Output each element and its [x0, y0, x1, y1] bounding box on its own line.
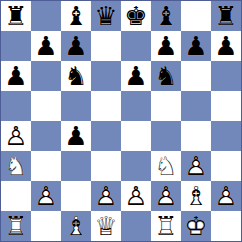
square-a5[interactable] [1, 91, 31, 121]
square-b1[interactable] [31, 211, 61, 241]
square-a8[interactable]: ♜ [1, 1, 31, 31]
square-b5[interactable] [31, 91, 61, 121]
square-e7[interactable] [121, 31, 151, 61]
square-h5[interactable] [211, 91, 241, 121]
chess-board: ♜♝♛♚♝♜♟♟♟♟♟♟♞♟♞♟♙♟♞♘♞♘♟♙♟♙♟♙♟♙♟♙♝♗♟♙♜♖♝♗… [0, 0, 242, 242]
white-pawn-fill: ♟ [211, 181, 241, 211]
white-bishop-fill: ♝ [61, 211, 91, 241]
square-b7[interactable]: ♟ [31, 31, 61, 61]
square-c2[interactable] [61, 181, 91, 211]
white-king-fill: ♚ [181, 211, 211, 241]
square-a7[interactable] [1, 31, 31, 61]
square-b2[interactable]: ♟♙ [31, 181, 61, 211]
square-g7[interactable]: ♟ [181, 31, 211, 61]
square-e5[interactable] [121, 91, 151, 121]
black-pawn: ♟ [61, 121, 91, 151]
black-pawn: ♟ [181, 31, 211, 61]
square-e6[interactable]: ♟ [121, 61, 151, 91]
square-f8[interactable]: ♝ [151, 1, 181, 31]
white-pawn-fill: ♟ [151, 181, 181, 211]
white-pawn: ♙ [91, 181, 121, 211]
white-rook: ♖ [1, 211, 31, 241]
square-f4[interactable] [151, 121, 181, 151]
white-pawn: ♙ [211, 181, 241, 211]
black-pawn: ♟ [211, 31, 241, 61]
black-pawn: ♟ [31, 31, 61, 61]
square-c1[interactable]: ♝♗ [61, 211, 91, 241]
white-queen-fill: ♛ [91, 211, 121, 241]
square-d6[interactable] [91, 61, 121, 91]
square-f7[interactable]: ♟ [151, 31, 181, 61]
white-pawn-fill: ♟ [91, 181, 121, 211]
square-g3[interactable]: ♟♙ [181, 151, 211, 181]
square-h7[interactable]: ♟ [211, 31, 241, 61]
square-e3[interactable] [121, 151, 151, 181]
black-king: ♚ [121, 1, 151, 31]
black-pawn: ♟ [61, 31, 91, 61]
square-d4[interactable] [91, 121, 121, 151]
white-queen: ♕ [91, 211, 121, 241]
white-bishop-fill: ♝ [181, 181, 211, 211]
black-pawn: ♟ [121, 61, 151, 91]
square-d7[interactable] [91, 31, 121, 61]
black-knight: ♞ [61, 61, 91, 91]
white-rook-fill: ♜ [1, 211, 31, 241]
white-pawn: ♙ [151, 181, 181, 211]
square-a6[interactable]: ♟ [1, 61, 31, 91]
square-h6[interactable] [211, 61, 241, 91]
white-knight-fill: ♞ [1, 151, 31, 181]
square-g5[interactable] [181, 91, 211, 121]
white-pawn: ♙ [31, 181, 61, 211]
square-c4[interactable]: ♟ [61, 121, 91, 151]
white-pawn-fill: ♟ [121, 181, 151, 211]
square-g6[interactable] [181, 61, 211, 91]
square-c3[interactable] [61, 151, 91, 181]
square-e4[interactable] [121, 121, 151, 151]
white-pawn-fill: ♟ [181, 151, 211, 181]
black-bishop: ♝ [61, 1, 91, 31]
white-pawn-fill: ♟ [31, 181, 61, 211]
square-c5[interactable] [61, 91, 91, 121]
square-d1[interactable]: ♛♕ [91, 211, 121, 241]
white-bishop: ♗ [61, 211, 91, 241]
square-f2[interactable]: ♟♙ [151, 181, 181, 211]
square-g1[interactable]: ♚♔ [181, 211, 211, 241]
black-knight: ♞ [151, 61, 181, 91]
black-bishop: ♝ [151, 1, 181, 31]
white-pawn-fill: ♟ [1, 121, 31, 151]
square-g4[interactable] [181, 121, 211, 151]
square-b6[interactable] [31, 61, 61, 91]
white-rook: ♖ [151, 211, 181, 241]
square-c8[interactable]: ♝ [61, 1, 91, 31]
square-b3[interactable] [31, 151, 61, 181]
black-pawn: ♟ [151, 31, 181, 61]
black-rook: ♜ [211, 1, 241, 31]
white-pawn: ♙ [121, 181, 151, 211]
square-e1[interactable] [121, 211, 151, 241]
square-e8[interactable]: ♚ [121, 1, 151, 31]
white-knight-fill: ♞ [151, 151, 181, 181]
white-pawn: ♙ [181, 151, 211, 181]
square-d5[interactable] [91, 91, 121, 121]
square-h2[interactable]: ♟♙ [211, 181, 241, 211]
black-rook: ♜ [1, 1, 31, 31]
square-a3[interactable]: ♞♘ [1, 151, 31, 181]
square-f6[interactable]: ♞ [151, 61, 181, 91]
square-g8[interactable] [181, 1, 211, 31]
square-g2[interactable]: ♝♗ [181, 181, 211, 211]
white-knight: ♘ [1, 151, 31, 181]
white-pawn: ♙ [1, 121, 31, 151]
square-c7[interactable]: ♟ [61, 31, 91, 61]
white-knight: ♘ [151, 151, 181, 181]
square-d8[interactable]: ♛ [91, 1, 121, 31]
square-b4[interactable] [31, 121, 61, 151]
white-rook-fill: ♜ [151, 211, 181, 241]
square-a2[interactable] [1, 181, 31, 211]
black-pawn: ♟ [1, 61, 31, 91]
square-f5[interactable] [151, 91, 181, 121]
square-d2[interactable]: ♟♙ [91, 181, 121, 211]
square-a1[interactable]: ♜♖ [1, 211, 31, 241]
white-bishop: ♗ [181, 181, 211, 211]
square-e2[interactable]: ♟♙ [121, 181, 151, 211]
square-h3[interactable] [211, 151, 241, 181]
square-h1[interactable] [211, 211, 241, 241]
square-h4[interactable] [211, 121, 241, 151]
square-h8[interactable]: ♜ [211, 1, 241, 31]
square-d3[interactable] [91, 151, 121, 181]
black-queen: ♛ [91, 1, 121, 31]
square-b8[interactable] [31, 1, 61, 31]
white-king: ♔ [181, 211, 211, 241]
square-f3[interactable]: ♞♘ [151, 151, 181, 181]
square-c6[interactable]: ♞ [61, 61, 91, 91]
square-f1[interactable]: ♜♖ [151, 211, 181, 241]
square-a4[interactable]: ♟♙ [1, 121, 31, 151]
